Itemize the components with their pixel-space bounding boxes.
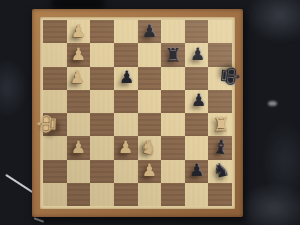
square-h8[interactable] (208, 20, 232, 43)
square-c8[interactable] (90, 20, 114, 43)
white-pawn-b7[interactable]: ♟ (71, 46, 86, 63)
square-c6[interactable] (90, 67, 114, 90)
square-g4[interactable] (185, 113, 209, 136)
square-d4[interactable] (114, 113, 138, 136)
board-margin: ♟♟♟♜♟♟♟♚♟♚♜♟♟♞♝♟♟♞ (40, 17, 235, 209)
white-pawn-b6[interactable]: ♟ (70, 69, 85, 86)
square-c1[interactable] (90, 183, 114, 206)
square-e4[interactable] (138, 113, 162, 136)
square-a1[interactable] (43, 183, 67, 206)
square-c4[interactable] (90, 113, 114, 136)
table-glare-top-right (245, 0, 300, 43)
square-c7[interactable] (90, 43, 114, 66)
square-f3[interactable] (161, 136, 185, 159)
square-d1[interactable] (114, 183, 138, 206)
black-pawn-g5[interactable]: ♟ (191, 92, 206, 109)
table-glare-arc (238, 182, 300, 225)
square-d8[interactable] (114, 20, 138, 43)
square-e5[interactable] (138, 90, 162, 113)
square-g1[interactable] (185, 183, 209, 206)
square-a6[interactable] (43, 67, 67, 90)
black-pawn-g7[interactable]: ♟ (190, 46, 205, 63)
square-f8[interactable] (161, 20, 185, 43)
square-b5[interactable] (67, 90, 91, 113)
table-scratch-mark (5, 174, 35, 194)
square-a3[interactable] (43, 136, 67, 159)
black-rook-f7[interactable]: ♜ (164, 46, 181, 65)
table-smudge-left (0, 58, 28, 118)
white-pawn-e2[interactable]: ♟ (142, 162, 157, 179)
white-king-a4[interactable]: ♚ (34, 112, 60, 135)
square-a8[interactable] (43, 20, 67, 43)
square-e6[interactable] (138, 67, 162, 90)
chess-board[interactable]: ♟♟♟♜♟♟♟♚♟♚♜♟♟♞♝♟♟♞ (43, 20, 232, 206)
square-e7[interactable] (138, 43, 162, 66)
square-g6[interactable] (185, 67, 209, 90)
square-a5[interactable] (43, 90, 67, 113)
square-f4[interactable] (161, 113, 185, 136)
white-rook-h4[interactable]: ♜ (213, 114, 230, 133)
square-f5[interactable] (161, 90, 185, 113)
square-h5[interactable] (208, 90, 232, 113)
square-f1[interactable] (161, 183, 185, 206)
square-a7[interactable] (43, 43, 67, 66)
black-bishop-h3[interactable]: ♝ (212, 137, 231, 158)
black-pawn-g2[interactable]: ♟ (189, 162, 204, 179)
table-scratch-mark-small (34, 217, 44, 222)
table-glare-dot (268, 101, 277, 106)
square-b4[interactable] (67, 113, 91, 136)
square-g3[interactable] (185, 136, 209, 159)
square-b1[interactable] (67, 183, 91, 206)
square-c3[interactable] (90, 136, 114, 159)
square-c2[interactable] (90, 160, 114, 183)
square-h1[interactable] (208, 183, 232, 206)
square-f2[interactable] (161, 160, 185, 183)
square-d2[interactable] (114, 160, 138, 183)
board-frame: ♟♟♟♜♟♟♟♚♟♚♜♟♟♞♝♟♟♞ (32, 9, 243, 217)
black-king-h6[interactable]: ♚ (217, 64, 244, 89)
black-pawn-d6[interactable]: ♟ (119, 69, 134, 86)
square-a2[interactable] (43, 160, 67, 183)
square-e1[interactable] (138, 183, 162, 206)
square-b2[interactable] (67, 160, 91, 183)
square-d5[interactable] (114, 90, 138, 113)
square-g8[interactable] (185, 20, 209, 43)
square-d7[interactable] (114, 43, 138, 66)
white-pawn-d3[interactable]: ♟ (118, 139, 133, 156)
square-f6[interactable] (161, 67, 185, 90)
white-pawn-b8[interactable]: ♟ (71, 22, 86, 39)
table-smudge-right (262, 120, 300, 200)
white-pawn-b3[interactable]: ♟ (71, 139, 86, 156)
square-c5[interactable] (90, 90, 114, 113)
black-pawn-e8[interactable]: ♟ (142, 22, 157, 39)
